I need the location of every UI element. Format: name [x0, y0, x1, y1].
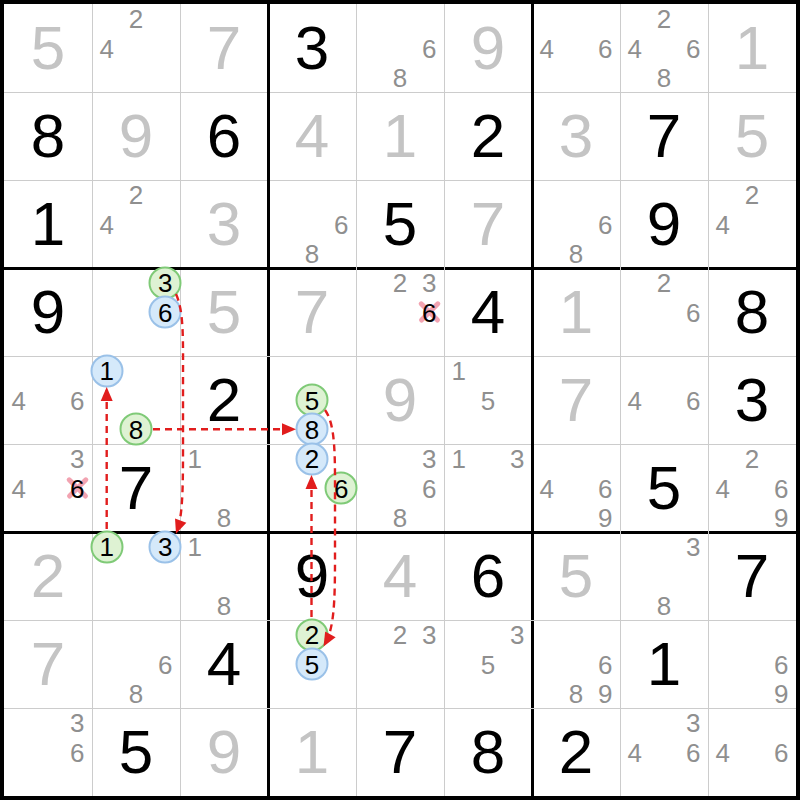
candidate-digit: 4: [627, 387, 641, 413]
candidate-r4c2-3[interactable]: 3: [149, 266, 182, 299]
cell-r2c8[interactable]: 7: [620, 92, 708, 180]
cell-r8c7[interactable]: 689: [532, 620, 620, 708]
cell-r5c3[interactable]: 2: [180, 356, 268, 444]
candidate-r5c1-6[interactable]: 6: [61, 384, 94, 417]
candidate-digit: 6: [334, 211, 348, 237]
given-digit: 2: [444, 92, 532, 180]
placed-digit: 7: [444, 180, 532, 268]
candidate-r9c1-3[interactable]: 3: [61, 706, 94, 739]
candidate-digit: 2: [393, 270, 407, 296]
given-digit: 7: [356, 708, 444, 796]
candidate-digit: 8: [393, 504, 407, 530]
candidate-r6c9-4[interactable]: 4: [706, 472, 739, 505]
candidate-r6c6-1[interactable]: 1: [442, 442, 475, 475]
candidate-digit: 6: [598, 211, 612, 237]
placed-digit: 1: [268, 708, 356, 796]
candidate-r1c2-2[interactable]: 2: [120, 2, 153, 35]
candidate-r7c3-1[interactable]: 1: [178, 530, 211, 563]
candidate-r6c4-6[interactable]: 6: [325, 472, 358, 505]
candidate-digit: 8: [305, 240, 319, 266]
candidate-digit: 2: [305, 446, 319, 472]
candidate-digit: 6: [774, 739, 788, 765]
candidate-r6c7-4[interactable]: 4: [530, 472, 563, 505]
candidate-r4c5-3[interactable]: 3: [413, 266, 446, 299]
candidate-digit: 4: [715, 211, 729, 237]
given-digit: 1: [4, 180, 92, 268]
candidate-r8c2-8[interactable]: 8: [120, 677, 153, 710]
candidate-digit: 4: [539, 35, 553, 61]
given-digit: 1: [620, 620, 708, 708]
candidate-r4c5-2[interactable]: 2: [384, 266, 417, 299]
placed-digit: 7: [4, 620, 92, 708]
cell-r4c9[interactable]: 8: [708, 268, 796, 356]
candidate-digit: 6: [70, 739, 84, 765]
candidate-digit: 2: [305, 622, 319, 648]
candidate-digit: 8: [569, 680, 583, 706]
candidate-digit: 8: [657, 592, 671, 618]
candidate-r6c5-6[interactable]: 6: [413, 472, 446, 505]
placed-digit: 9: [180, 708, 268, 796]
candidate-r7c8-3[interactable]: 3: [677, 530, 710, 563]
candidate-r6c5-3[interactable]: 3: [413, 442, 446, 475]
given-digit: 9: [4, 268, 92, 356]
given-digit: 3: [268, 4, 356, 92]
candidate-digit: 3: [158, 270, 172, 296]
candidate-digit: 3: [158, 534, 172, 560]
cell-r7c4[interactable]: 9: [268, 532, 356, 620]
given-digit: 9: [620, 180, 708, 268]
candidate-r5c6-5[interactable]: 5: [472, 384, 505, 417]
cell-r9c2[interactable]: 5: [92, 708, 180, 796]
candidate-digit: 8: [305, 416, 319, 442]
cell-r8c3[interactable]: 4: [180, 620, 268, 708]
candidate-r6c6-3[interactable]: 3: [501, 442, 534, 475]
cell-r3c6[interactable]: 7: [444, 180, 532, 268]
given-digit: 8: [444, 708, 532, 796]
cell-r4c7[interactable]: 1: [532, 268, 620, 356]
candidate-r8c4-5[interactable]: 5: [296, 648, 329, 681]
candidate-digit: 3: [422, 270, 436, 296]
cell-r7c5[interactable]: 4: [356, 532, 444, 620]
cell-r1c5[interactable]: 68: [356, 4, 444, 92]
cell-r4c4[interactable]: 7: [268, 268, 356, 356]
cell-r6c8[interactable]: 5: [620, 444, 708, 532]
candidate-digit: 9: [774, 504, 788, 530]
placed-digit: 4: [356, 532, 444, 620]
cell-r7c3[interactable]: 18: [180, 532, 268, 620]
cell-r5c4[interactable]: 58: [268, 356, 356, 444]
cell-r3c9[interactable]: 24: [708, 180, 796, 268]
given-digit: 8: [708, 268, 796, 356]
candidate-r8c2-6[interactable]: 6: [149, 648, 182, 681]
candidate-digit: 6: [158, 651, 172, 677]
placed-digit: 1: [532, 268, 620, 356]
cell-r2c1[interactable]: 8: [4, 92, 92, 180]
cell-r9c3[interactable]: 9: [180, 708, 268, 796]
cell-r4c6[interactable]: 4: [444, 268, 532, 356]
candidate-digit: 1: [187, 534, 201, 560]
candidate-r1c5-6[interactable]: 6: [413, 32, 446, 65]
candidate-r8c7-6[interactable]: 6: [589, 648, 622, 681]
candidate-digit: 6: [774, 651, 788, 677]
candidate-digit: 6: [422, 299, 436, 325]
given-digit: 9: [268, 532, 356, 620]
candidate-digit: 6: [686, 739, 700, 765]
candidate-digit: 4: [11, 387, 25, 413]
given-digit: 7: [92, 444, 180, 532]
candidate-digit: 6: [158, 299, 172, 325]
placed-digit: 7: [532, 356, 620, 444]
candidate-r1c5-8[interactable]: 8: [384, 61, 417, 94]
candidate-digit: 6: [686, 299, 700, 325]
given-digit: 5: [620, 444, 708, 532]
cell-r3c5[interactable]: 5: [356, 180, 444, 268]
cell-r7c8[interactable]: 38: [620, 532, 708, 620]
given-digit: 4: [444, 268, 532, 356]
candidate-r9c8-4[interactable]: 4: [618, 736, 651, 769]
placed-digit: 5: [532, 532, 620, 620]
cell-r2c9[interactable]: 5: [708, 92, 796, 180]
candidate-r5c8-6[interactable]: 6: [677, 384, 710, 417]
cell-r5c6[interactable]: 15: [444, 356, 532, 444]
cell-r7c6[interactable]: 6: [444, 532, 532, 620]
candidate-digit: 5: [481, 387, 495, 413]
candidate-digit: 3: [510, 622, 524, 648]
cell-r8c6[interactable]: 35: [444, 620, 532, 708]
cell-r4c1[interactable]: 9: [4, 268, 92, 356]
cell-r4c2[interactable]: 36: [92, 268, 180, 356]
placed-digit: 3: [532, 92, 620, 180]
candidate-r8c4-2[interactable]: 2: [296, 618, 329, 651]
cell-r1c6[interactable]: 9: [444, 4, 532, 92]
candidate-r5c6-1[interactable]: 1: [442, 354, 475, 387]
candidate-digit: 6: [70, 387, 84, 413]
candidate-r4c2-6[interactable]: 6: [149, 296, 182, 329]
candidate-r3c9-2[interactable]: 2: [736, 178, 769, 211]
candidate-digit: 3: [686, 710, 700, 736]
candidate-r8c7-9[interactable]: 9: [589, 677, 622, 710]
cell-r3c2[interactable]: 24: [92, 180, 180, 268]
candidate-digit: 5: [305, 387, 319, 413]
candidate-r8c6-5[interactable]: 5: [472, 648, 505, 681]
candidate-r3c2-2[interactable]: 2: [120, 178, 153, 211]
candidate-digit: 4: [99, 211, 113, 237]
cell-r4c3[interactable]: 5: [180, 268, 268, 356]
candidate-r1c8-2[interactable]: 2: [648, 2, 681, 35]
candidate-r8c9-9[interactable]: 9: [765, 677, 798, 710]
candidate-r7c8-8[interactable]: 8: [648, 589, 681, 622]
placed-digit: 7: [268, 268, 356, 356]
candidate-r7c2-3[interactable]: 3: [149, 530, 182, 563]
candidate-r5c2-8[interactable]: 8: [120, 413, 153, 446]
placed-digit: 1: [708, 4, 796, 92]
candidate-digit: 4: [715, 475, 729, 501]
given-digit: 6: [444, 532, 532, 620]
given-digit: 8: [4, 92, 92, 180]
candidate-r3c7-8[interactable]: 8: [560, 237, 593, 270]
cell-r9c1[interactable]: 36: [4, 708, 92, 796]
candidate-r6c7-6[interactable]: 6: [589, 472, 622, 505]
candidate-r3c2-4[interactable]: 4: [90, 208, 123, 241]
candidate-digit: 3: [70, 446, 84, 472]
candidate-r9c9-4[interactable]: 4: [706, 736, 739, 769]
cell-r3c3[interactable]: 3: [180, 180, 268, 268]
candidate-digit: 8: [657, 64, 671, 90]
cell-r1c1[interactable]: 5: [4, 4, 92, 92]
given-digit: 6: [180, 92, 268, 180]
cell-r1c3[interactable]: 7: [180, 4, 268, 92]
candidate-digit: 3: [70, 710, 84, 736]
placed-digit: 9: [92, 92, 180, 180]
placed-digit: 1: [356, 92, 444, 180]
cell-r5c7[interactable]: 7: [532, 356, 620, 444]
candidate-r4c8-6[interactable]: 6: [677, 296, 710, 329]
candidate-r1c8-4[interactable]: 4: [618, 32, 651, 65]
candidate-digit: 1: [451, 446, 465, 472]
candidate-r6c7-9[interactable]: 9: [589, 501, 622, 534]
placed-digit: 5: [180, 268, 268, 356]
candidate-r5c4-8[interactable]: 8: [296, 413, 329, 446]
cell-r2c3[interactable]: 6: [180, 92, 268, 180]
candidate-digit: 9: [598, 680, 612, 706]
candidate-r6c1-4[interactable]: 4: [2, 472, 35, 505]
candidate-r8c6-3[interactable]: 3: [501, 618, 534, 651]
cell-r5c5[interactable]: 9: [356, 356, 444, 444]
candidate-r7c2-1[interactable]: 1: [90, 530, 123, 563]
cell-r6c7[interactable]: 469: [532, 444, 620, 532]
candidate-digit: 1: [187, 446, 201, 472]
cell-r9c7[interactable]: 2: [532, 708, 620, 796]
placed-digit: 5: [708, 92, 796, 180]
candidate-r1c2-4[interactable]: 4: [90, 32, 123, 65]
cell-r8c5[interactable]: 23: [356, 620, 444, 708]
candidate-r9c1-6[interactable]: 6: [61, 736, 94, 769]
candidate-r9c9-6[interactable]: 6: [765, 736, 798, 769]
candidate-digit: 4: [627, 35, 641, 61]
candidate-digit: 1: [451, 358, 465, 384]
candidate-digit: 2: [393, 622, 407, 648]
candidate-digit: 6: [422, 35, 436, 61]
candidate-digit: 6: [774, 475, 788, 501]
given-digit: 5: [92, 708, 180, 796]
candidate-r1c7-4[interactable]: 4: [530, 32, 563, 65]
candidate-r5c2-1[interactable]: 1: [90, 354, 123, 387]
candidate-digit: 5: [481, 651, 495, 677]
cell-r5c9[interactable]: 3: [708, 356, 796, 444]
candidate-digit: 2: [745, 182, 759, 208]
candidate-digit: 8: [217, 504, 231, 530]
candidate-digit: 8: [129, 680, 143, 706]
cell-r1c8[interactable]: 2468: [620, 4, 708, 92]
candidate-digit: 9: [774, 680, 788, 706]
cell-r8c4[interactable]: 25: [268, 620, 356, 708]
placed-digit: 5: [4, 4, 92, 92]
candidate-r4c8-2[interactable]: 2: [648, 266, 681, 299]
candidate-r3c4-8[interactable]: 8: [296, 237, 329, 270]
candidate-digit: 2: [657, 270, 671, 296]
candidate-r6c1-3[interactable]: 3: [61, 442, 94, 475]
candidate-digit: 5: [305, 651, 319, 677]
cell-r4c8[interactable]: 26: [620, 268, 708, 356]
cell-r8c1[interactable]: 7: [4, 620, 92, 708]
candidate-digit: 3: [510, 446, 524, 472]
cell-r7c7[interactable]: 5: [532, 532, 620, 620]
candidate-digit: 2: [745, 446, 759, 472]
candidate-r8c5-3[interactable]: 3: [413, 618, 446, 651]
candidate-r8c5-2[interactable]: 2: [384, 618, 417, 651]
candidate-r7c3-8[interactable]: 8: [208, 589, 241, 622]
candidate-r1c8-6[interactable]: 6: [677, 32, 710, 65]
candidate-r6c5-8[interactable]: 8: [384, 501, 417, 534]
cell-r8c8[interactable]: 1: [620, 620, 708, 708]
candidate-r4c5-6[interactable]: 6: [413, 296, 446, 329]
candidate-r1c7-6[interactable]: 6: [589, 32, 622, 65]
candidate-digit: 6: [334, 475, 348, 501]
given-digit: 7: [708, 532, 796, 620]
cell-r2c7[interactable]: 3: [532, 92, 620, 180]
candidate-r6c1-6[interactable]: 6: [61, 472, 94, 505]
candidate-digit: 1: [99, 358, 113, 384]
candidate-r8c7-8[interactable]: 8: [560, 677, 593, 710]
placed-digit: 3: [180, 180, 268, 268]
candidate-digit: 3: [422, 622, 436, 648]
candidate-digit: 2: [657, 6, 671, 32]
cell-r5c2[interactable]: 18: [92, 356, 180, 444]
cell-r6c5[interactable]: 368: [356, 444, 444, 532]
cell-r9c9[interactable]: 46: [708, 708, 796, 796]
candidate-r9c8-3[interactable]: 3: [677, 706, 710, 739]
candidate-digit: 4: [539, 475, 553, 501]
candidate-digit: 8: [393, 64, 407, 90]
cell-r7c1[interactable]: 2: [4, 532, 92, 620]
cell-r2c5[interactable]: 1: [356, 92, 444, 180]
cell-r3c8[interactable]: 9: [620, 180, 708, 268]
cell-r8c9[interactable]: 69: [708, 620, 796, 708]
candidate-digit: 6: [686, 387, 700, 413]
candidate-digit: 4: [99, 35, 113, 61]
candidate-digit: 6: [598, 475, 612, 501]
candidate-digit: 4: [627, 739, 641, 765]
candidate-digit: 8: [569, 240, 583, 266]
placed-digit: 9: [356, 356, 444, 444]
candidate-digit: 8: [129, 416, 143, 442]
candidate-r6c9-2[interactable]: 2: [736, 442, 769, 475]
candidate-digit: 6: [598, 35, 612, 61]
cell-r6c3[interactable]: 18: [180, 444, 268, 532]
candidate-digit: 2: [129, 182, 143, 208]
cell-r5c8[interactable]: 46: [620, 356, 708, 444]
cell-r4c5[interactable]: 236: [356, 268, 444, 356]
candidate-r6c9-9[interactable]: 9: [765, 501, 798, 534]
candidate-r3c4-6[interactable]: 6: [325, 208, 358, 241]
cell-r2c6[interactable]: 2: [444, 92, 532, 180]
cell-r1c9[interactable]: 1: [708, 4, 796, 92]
cell-r6c9[interactable]: 2469: [708, 444, 796, 532]
cell-r7c9[interactable]: 7: [708, 532, 796, 620]
candidate-digit: 9: [598, 504, 612, 530]
candidate-digit: 8: [217, 592, 231, 618]
candidate-digit: 6: [598, 651, 612, 677]
sudoku-board: 5247368946246818964123751243685768924936…: [0, 0, 800, 800]
candidate-digit: 6: [686, 35, 700, 61]
candidate-r6c3-1[interactable]: 1: [178, 442, 211, 475]
placed-digit: 7: [180, 4, 268, 92]
cell-r2c4[interactable]: 4: [268, 92, 356, 180]
cell-r3c4[interactable]: 68: [268, 180, 356, 268]
placed-digit: 9: [444, 4, 532, 92]
placed-digit: 4: [268, 92, 356, 180]
candidate-digit: 2: [129, 6, 143, 32]
candidate-digit: 3: [422, 446, 436, 472]
candidate-r6c3-8[interactable]: 8: [208, 501, 241, 534]
cell-r6c1[interactable]: 346: [4, 444, 92, 532]
candidate-r1c8-8[interactable]: 8: [648, 61, 681, 94]
candidate-r5c8-4[interactable]: 4: [618, 384, 651, 417]
cell-r3c7[interactable]: 68: [532, 180, 620, 268]
given-digit: 5: [356, 180, 444, 268]
cell-r9c6[interactable]: 8: [444, 708, 532, 796]
cell-r3c1[interactable]: 1: [4, 180, 92, 268]
cell-r5c1[interactable]: 46: [4, 356, 92, 444]
cell-r7c2[interactable]: 13: [92, 532, 180, 620]
candidate-r5c4-5[interactable]: 5: [296, 384, 329, 417]
cell-r9c4[interactable]: 1: [268, 708, 356, 796]
candidate-r5c1-4[interactable]: 4: [2, 384, 35, 417]
cell-r6c4[interactable]: 26: [268, 444, 356, 532]
cell-r1c4[interactable]: 3: [268, 4, 356, 92]
cell-r2c2[interactable]: 9: [92, 92, 180, 180]
cell-r1c2[interactable]: 24: [92, 4, 180, 92]
given-digit: 3: [708, 356, 796, 444]
candidate-digit: 4: [715, 739, 729, 765]
candidate-r9c8-6[interactable]: 6: [677, 736, 710, 769]
candidate-r6c9-6[interactable]: 6: [765, 472, 798, 505]
placed-digit: 2: [4, 532, 92, 620]
cell-r6c2[interactable]: 7: [92, 444, 180, 532]
given-digit: 2: [180, 356, 268, 444]
candidate-r3c9-4[interactable]: 4: [706, 208, 739, 241]
candidate-digit: 3: [686, 534, 700, 560]
given-digit: 4: [180, 620, 268, 708]
candidate-digit: 4: [11, 475, 25, 501]
cell-r8c2[interactable]: 68: [92, 620, 180, 708]
candidate-r6c4-2[interactable]: 2: [296, 442, 329, 475]
candidate-digit: 6: [70, 475, 84, 501]
candidate-r8c9-6[interactable]: 6: [765, 648, 798, 681]
candidate-digit: 1: [99, 534, 113, 560]
cell-r6c6[interactable]: 13: [444, 444, 532, 532]
cell-r9c8[interactable]: 346: [620, 708, 708, 796]
given-digit: 2: [532, 708, 620, 796]
given-digit: 7: [620, 92, 708, 180]
cell-r9c5[interactable]: 7: [356, 708, 444, 796]
candidate-r3c7-6[interactable]: 6: [589, 208, 622, 241]
candidate-digit: 6: [422, 475, 436, 501]
cell-r1c7[interactable]: 46: [532, 4, 620, 92]
